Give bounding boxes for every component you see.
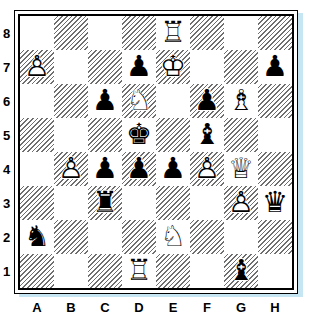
square-b2	[54, 220, 88, 254]
square-h1	[258, 254, 292, 288]
square-b6	[54, 84, 88, 118]
square-a2: ♞	[20, 220, 54, 254]
file-label-d: D	[122, 298, 156, 316]
rank-label-8: 8	[0, 16, 13, 50]
square-a8	[20, 16, 54, 50]
square-c3: ♜	[88, 186, 122, 220]
square-f8	[190, 16, 224, 50]
square-h7: ♟	[258, 50, 292, 84]
white-queen: ♛♕	[224, 152, 258, 186]
rank-labels: 8 7 6 5 4 3 2 1	[0, 16, 13, 288]
black-king: ♚	[122, 118, 156, 152]
square-h6	[258, 84, 292, 118]
rank-label-4: 4	[0, 152, 13, 186]
chess-board-frame: ♜♖♟♙♟♚♔♟♟♞♘♟♝♗♚♝♟♙♟♟♟♟♙♛♕♜♟♙♛♞♞♘♜♖♝	[14, 10, 298, 294]
black-rook: ♜	[88, 186, 122, 220]
file-label-c: C	[88, 298, 122, 316]
black-pawn: ♟	[122, 50, 156, 84]
square-h5	[258, 118, 292, 152]
black-pawn: ♟	[122, 152, 156, 186]
square-a6	[20, 84, 54, 118]
square-c5	[88, 118, 122, 152]
black-knight: ♞	[20, 220, 54, 254]
square-e5	[156, 118, 190, 152]
square-b8	[54, 16, 88, 50]
rank-label-6: 6	[0, 84, 13, 118]
black-bishop: ♝	[190, 118, 224, 152]
square-h2	[258, 220, 292, 254]
white-king: ♚♔	[156, 50, 190, 84]
square-f6: ♟	[190, 84, 224, 118]
square-g2	[224, 220, 258, 254]
black-pawn: ♟	[88, 84, 122, 118]
file-label-f: F	[190, 298, 224, 316]
square-b1	[54, 254, 88, 288]
square-b4: ♟♙	[54, 152, 88, 186]
file-label-a: A	[20, 298, 54, 316]
square-c2	[88, 220, 122, 254]
file-label-e: E	[156, 298, 190, 316]
white-pawn: ♟♙	[190, 152, 224, 186]
black-pawn: ♟	[156, 152, 190, 186]
black-pawn: ♟	[190, 84, 224, 118]
square-h8	[258, 16, 292, 50]
square-f5: ♝	[190, 118, 224, 152]
square-f1	[190, 254, 224, 288]
square-d7: ♟	[122, 50, 156, 84]
square-b3	[54, 186, 88, 220]
square-a3	[20, 186, 54, 220]
square-g5	[224, 118, 258, 152]
square-c7	[88, 50, 122, 84]
square-g7	[224, 50, 258, 84]
square-e6	[156, 84, 190, 118]
square-e3	[156, 186, 190, 220]
black-pawn: ♟	[88, 152, 122, 186]
square-a5	[20, 118, 54, 152]
square-a1	[20, 254, 54, 288]
rank-label-2: 2	[0, 220, 13, 254]
rank-label-3: 3	[0, 186, 13, 220]
rank-label-1: 1	[0, 254, 13, 288]
white-rook: ♜♖	[156, 16, 190, 50]
black-pawn: ♟	[258, 50, 292, 84]
square-d5: ♚	[122, 118, 156, 152]
square-c4: ♟	[88, 152, 122, 186]
square-f7	[190, 50, 224, 84]
square-a4	[20, 152, 54, 186]
white-bishop: ♝♗	[224, 84, 258, 118]
square-h4	[258, 152, 292, 186]
square-c8	[88, 16, 122, 50]
square-d2	[122, 220, 156, 254]
square-c6: ♟	[88, 84, 122, 118]
square-d6: ♞♘	[122, 84, 156, 118]
square-g6: ♝♗	[224, 84, 258, 118]
white-pawn: ♟♙	[224, 186, 258, 220]
white-rook: ♜♖	[122, 254, 156, 288]
square-e2: ♞♘	[156, 220, 190, 254]
square-b5	[54, 118, 88, 152]
square-g3: ♟♙	[224, 186, 258, 220]
square-e4: ♟	[156, 152, 190, 186]
square-f4: ♟♙	[190, 152, 224, 186]
white-pawn: ♟♙	[20, 50, 54, 84]
white-knight: ♞♘	[122, 84, 156, 118]
square-g1: ♝	[224, 254, 258, 288]
black-queen: ♛	[258, 186, 292, 220]
rank-label-5: 5	[0, 118, 13, 152]
square-h3: ♛	[258, 186, 292, 220]
chess-diagram-page: 8 7 6 5 4 3 2 1 ♜♖♟♙♟♚♔♟♟♞♘♟♝♗♚♝♟♙♟♟♟♟♙♛…	[0, 0, 314, 320]
rank-label-7: 7	[0, 50, 13, 84]
file-label-b: B	[54, 298, 88, 316]
white-knight: ♞♘	[156, 220, 190, 254]
square-d8	[122, 16, 156, 50]
square-c1	[88, 254, 122, 288]
chess-board: ♜♖♟♙♟♚♔♟♟♞♘♟♝♗♚♝♟♙♟♟♟♟♙♛♕♜♟♙♛♞♞♘♜♖♝	[18, 14, 294, 290]
square-d1: ♜♖	[122, 254, 156, 288]
black-bishop: ♝	[224, 254, 258, 288]
square-d3	[122, 186, 156, 220]
square-d4: ♟	[122, 152, 156, 186]
square-a7: ♟♙	[20, 50, 54, 84]
square-e8: ♜♖	[156, 16, 190, 50]
square-g8	[224, 16, 258, 50]
square-f2	[190, 220, 224, 254]
file-labels: A B C D E F G H	[20, 298, 292, 316]
file-label-g: G	[224, 298, 258, 316]
square-e1	[156, 254, 190, 288]
square-b7	[54, 50, 88, 84]
white-pawn: ♟♙	[54, 152, 88, 186]
square-g4: ♛♕	[224, 152, 258, 186]
square-e7: ♚♔	[156, 50, 190, 84]
file-label-h: H	[258, 298, 292, 316]
square-f3	[190, 186, 224, 220]
